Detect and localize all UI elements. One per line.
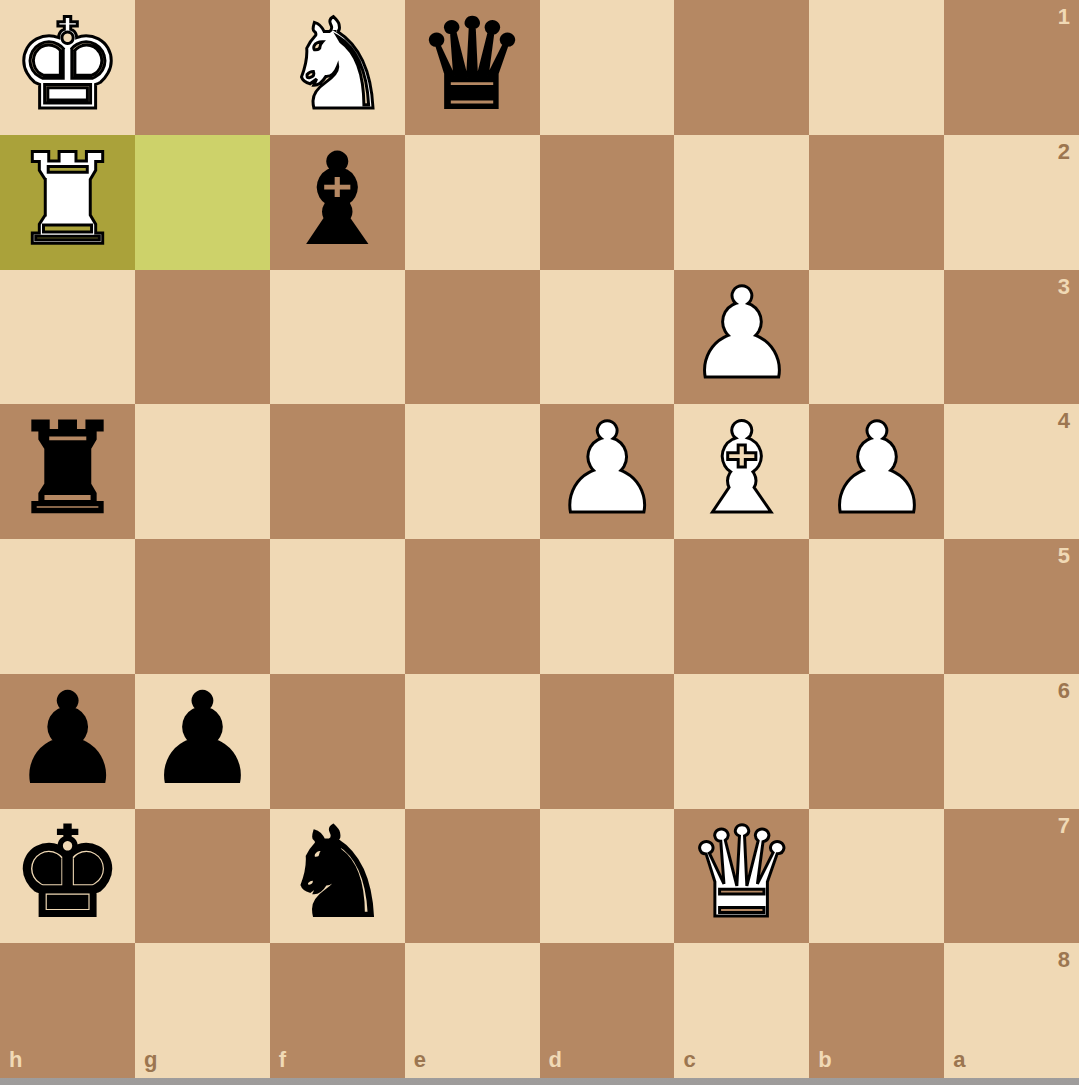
white-pawn-icon[interactable]: ♟ <box>551 406 663 531</box>
chess-board: ♚♞♛1♜♝2♟3♜♟♝♟45♟♟6♚♞♛7hgfedcba8 <box>0 0 1079 1078</box>
square-h8[interactable]: h <box>0 943 135 1078</box>
square-e5[interactable] <box>405 539 540 674</box>
square-g3[interactable] <box>135 270 270 405</box>
white-pawn-icon[interactable]: ♟ <box>821 406 933 531</box>
square-b6[interactable] <box>809 674 944 809</box>
square-h1[interactable]: ♚ <box>0 0 135 135</box>
square-e3[interactable] <box>405 270 540 405</box>
square-d1[interactable] <box>540 0 675 135</box>
square-h3[interactable] <box>0 270 135 405</box>
square-d2[interactable] <box>540 135 675 270</box>
square-a2[interactable]: 2 <box>944 135 1079 270</box>
square-a3[interactable]: 3 <box>944 270 1079 405</box>
rank-label-8: 8 <box>1058 949 1070 971</box>
file-label-d: d <box>549 1049 562 1071</box>
black-rook-icon[interactable]: ♜ <box>11 406 123 531</box>
square-f2[interactable]: ♝ <box>270 135 405 270</box>
square-c6[interactable] <box>674 674 809 809</box>
file-label-g: g <box>144 1049 157 1071</box>
white-king-icon[interactable]: ♚ <box>11 2 123 127</box>
square-d8[interactable]: d <box>540 943 675 1078</box>
square-g4[interactable] <box>135 404 270 539</box>
square-e2[interactable] <box>405 135 540 270</box>
rank-label-1: 1 <box>1058 6 1070 28</box>
white-knight-icon[interactable]: ♞ <box>281 2 393 127</box>
white-bishop-icon[interactable]: ♝ <box>686 406 798 531</box>
square-f4[interactable] <box>270 404 405 539</box>
square-b1[interactable] <box>809 0 944 135</box>
file-label-b: b <box>818 1049 831 1071</box>
square-f5[interactable] <box>270 539 405 674</box>
black-knight-icon[interactable]: ♞ <box>281 810 393 935</box>
white-rook-icon[interactable]: ♜ <box>11 137 123 262</box>
square-d3[interactable] <box>540 270 675 405</box>
square-g7[interactable] <box>135 809 270 944</box>
rank-label-5: 5 <box>1058 545 1070 567</box>
square-g8[interactable]: g <box>135 943 270 1078</box>
square-a8[interactable]: a8 <box>944 943 1079 1078</box>
square-e4[interactable] <box>405 404 540 539</box>
black-bishop-icon[interactable]: ♝ <box>281 137 393 262</box>
white-queen-icon[interactable]: ♛ <box>686 810 798 935</box>
square-a1[interactable]: 1 <box>944 0 1079 135</box>
rank-label-3: 3 <box>1058 276 1070 298</box>
square-a4[interactable]: 4 <box>944 404 1079 539</box>
square-d7[interactable] <box>540 809 675 944</box>
black-king-icon[interactable]: ♚ <box>11 810 123 935</box>
square-e7[interactable] <box>405 809 540 944</box>
square-c3[interactable]: ♟ <box>674 270 809 405</box>
black-queen-icon[interactable]: ♛ <box>416 2 528 127</box>
square-e8[interactable]: e <box>405 943 540 1078</box>
square-e1[interactable]: ♛ <box>405 0 540 135</box>
square-d4[interactable]: ♟ <box>540 404 675 539</box>
square-h7[interactable]: ♚ <box>0 809 135 944</box>
square-e6[interactable] <box>405 674 540 809</box>
square-d5[interactable] <box>540 539 675 674</box>
white-pawn-icon[interactable]: ♟ <box>686 271 798 396</box>
rank-label-6: 6 <box>1058 680 1070 702</box>
square-f6[interactable] <box>270 674 405 809</box>
square-h5[interactable] <box>0 539 135 674</box>
black-pawn-icon[interactable]: ♟ <box>11 676 123 801</box>
square-f8[interactable]: f <box>270 943 405 1078</box>
square-c2[interactable] <box>674 135 809 270</box>
square-h4[interactable]: ♜ <box>0 404 135 539</box>
file-label-c: c <box>683 1049 695 1071</box>
square-b5[interactable] <box>809 539 944 674</box>
square-h6[interactable]: ♟ <box>0 674 135 809</box>
square-c4[interactable]: ♝ <box>674 404 809 539</box>
file-label-e: e <box>414 1049 426 1071</box>
square-b7[interactable] <box>809 809 944 944</box>
file-label-h: h <box>9 1049 22 1071</box>
square-b2[interactable] <box>809 135 944 270</box>
square-g5[interactable] <box>135 539 270 674</box>
square-b8[interactable]: b <box>809 943 944 1078</box>
square-c5[interactable] <box>674 539 809 674</box>
square-f3[interactable] <box>270 270 405 405</box>
square-b4[interactable]: ♟ <box>809 404 944 539</box>
square-g2[interactable] <box>135 135 270 270</box>
rank-label-7: 7 <box>1058 815 1070 837</box>
file-label-a: a <box>953 1049 965 1071</box>
square-g1[interactable] <box>135 0 270 135</box>
square-b3[interactable] <box>809 270 944 405</box>
black-pawn-icon[interactable]: ♟ <box>146 676 258 801</box>
rank-label-4: 4 <box>1058 410 1070 432</box>
square-h2[interactable]: ♜ <box>0 135 135 270</box>
square-a7[interactable]: 7 <box>944 809 1079 944</box>
square-d6[interactable] <box>540 674 675 809</box>
rank-label-2: 2 <box>1058 141 1070 163</box>
square-f1[interactable]: ♞ <box>270 0 405 135</box>
file-label-f: f <box>279 1049 286 1071</box>
square-g6[interactable]: ♟ <box>135 674 270 809</box>
square-c8[interactable]: c <box>674 943 809 1078</box>
square-c1[interactable] <box>674 0 809 135</box>
square-c7[interactable]: ♛ <box>674 809 809 944</box>
square-a6[interactable]: 6 <box>944 674 1079 809</box>
square-a5[interactable]: 5 <box>944 539 1079 674</box>
square-f7[interactable]: ♞ <box>270 809 405 944</box>
